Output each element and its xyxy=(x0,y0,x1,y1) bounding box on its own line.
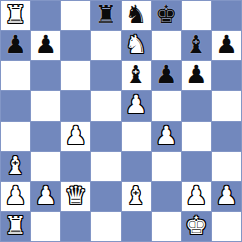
square-c4[interactable]: ♟ xyxy=(61,122,90,151)
white-queen[interactable]: ♛ xyxy=(65,183,87,208)
square-d5[interactable] xyxy=(91,91,120,120)
white-bishop[interactable]: ♝ xyxy=(125,183,147,208)
white-pawn[interactable]: ♟ xyxy=(215,183,237,208)
square-e2[interactable]: ♝ xyxy=(122,182,151,211)
square-a2[interactable]: ♟ xyxy=(1,182,30,211)
black-knight[interactable]: ♞ xyxy=(125,2,147,27)
square-d7[interactable] xyxy=(91,31,120,60)
square-g2[interactable]: ♟ xyxy=(182,182,211,211)
square-h5[interactable] xyxy=(212,91,241,120)
square-h7[interactable]: ♟ xyxy=(212,31,241,60)
square-b7[interactable]: ♟ xyxy=(31,31,60,60)
square-c1[interactable] xyxy=(61,212,90,241)
black-rook[interactable]: ♜ xyxy=(95,2,117,27)
square-h1[interactable] xyxy=(212,212,241,241)
square-a4[interactable] xyxy=(1,122,30,151)
square-b4[interactable] xyxy=(31,122,60,151)
square-f3[interactable] xyxy=(152,152,181,181)
square-f7[interactable] xyxy=(152,31,181,60)
square-b5[interactable] xyxy=(31,91,60,120)
black-bishop[interactable]: ♝ xyxy=(185,32,207,57)
square-d3[interactable] xyxy=(91,152,120,181)
square-d4[interactable] xyxy=(91,122,120,151)
square-f4[interactable]: ♟ xyxy=(152,122,181,151)
square-a1[interactable]: ♜ xyxy=(1,212,30,241)
square-b8[interactable] xyxy=(31,1,60,30)
square-g8[interactable] xyxy=(182,1,211,30)
square-a6[interactable] xyxy=(1,61,30,90)
white-pawn[interactable]: ♟ xyxy=(155,123,177,148)
square-g6[interactable]: ♟ xyxy=(182,61,211,90)
square-a8[interactable]: ♜ xyxy=(1,1,30,30)
square-f1[interactable] xyxy=(152,212,181,241)
square-g7[interactable]: ♝ xyxy=(182,31,211,60)
white-pawn[interactable]: ♟ xyxy=(185,183,207,208)
white-pawn[interactable]: ♟ xyxy=(125,92,147,117)
black-pawn[interactable]: ♟ xyxy=(4,32,26,57)
square-d2[interactable] xyxy=(91,182,120,211)
square-d8[interactable]: ♜ xyxy=(91,1,120,30)
white-king[interactable]: ♚ xyxy=(185,213,207,238)
square-h6[interactable] xyxy=(212,61,241,90)
square-h8[interactable] xyxy=(212,1,241,30)
square-e5[interactable]: ♟ xyxy=(122,91,151,120)
square-g3[interactable] xyxy=(182,152,211,181)
square-c2[interactable]: ♛ xyxy=(61,182,90,211)
white-rook[interactable]: ♜ xyxy=(4,213,26,238)
white-pawn[interactable]: ♟ xyxy=(34,183,56,208)
square-d1[interactable] xyxy=(91,212,120,241)
white-knight[interactable]: ♞ xyxy=(125,32,147,57)
square-b1[interactable] xyxy=(31,212,60,241)
square-g5[interactable] xyxy=(182,91,211,120)
white-pawn[interactable]: ♟ xyxy=(65,123,87,148)
square-f5[interactable] xyxy=(152,91,181,120)
black-pawn[interactable]: ♟ xyxy=(185,62,207,87)
square-a7[interactable]: ♟ xyxy=(1,31,30,60)
square-b3[interactable] xyxy=(31,152,60,181)
square-f8[interactable]: ♚ xyxy=(152,1,181,30)
white-rook[interactable]: ♜ xyxy=(4,2,26,27)
black-bishop[interactable]: ♝ xyxy=(125,62,147,87)
square-b2[interactable]: ♟ xyxy=(31,182,60,211)
square-c3[interactable] xyxy=(61,152,90,181)
square-c8[interactable] xyxy=(61,1,90,30)
square-b6[interactable] xyxy=(31,61,60,90)
square-g4[interactable] xyxy=(182,122,211,151)
square-a5[interactable] xyxy=(1,91,30,120)
square-c7[interactable] xyxy=(61,31,90,60)
square-c5[interactable] xyxy=(61,91,90,120)
square-f2[interactable] xyxy=(152,182,181,211)
square-c6[interactable] xyxy=(61,61,90,90)
square-h2[interactable]: ♟ xyxy=(212,182,241,211)
square-e4[interactable] xyxy=(122,122,151,151)
square-a3[interactable]: ♝ xyxy=(1,152,30,181)
square-h3[interactable] xyxy=(212,152,241,181)
square-e6[interactable]: ♝ xyxy=(122,61,151,90)
square-f6[interactable]: ♟ xyxy=(152,61,181,90)
square-e3[interactable] xyxy=(122,152,151,181)
white-pawn[interactable]: ♟ xyxy=(4,183,26,208)
chess-board: ♜♜♞♚♟♟♞♝♟♝♟♟♟♟♟♝♟♟♛♝♟♟♜♚ xyxy=(0,0,242,242)
square-h4[interactable] xyxy=(212,122,241,151)
square-e8[interactable]: ♞ xyxy=(122,1,151,30)
square-d6[interactable] xyxy=(91,61,120,90)
square-e7[interactable]: ♞ xyxy=(122,31,151,60)
black-pawn[interactable]: ♟ xyxy=(155,62,177,87)
white-bishop[interactable]: ♝ xyxy=(4,153,26,178)
black-pawn[interactable]: ♟ xyxy=(34,32,56,57)
square-g1[interactable]: ♚ xyxy=(182,212,211,241)
black-pawn[interactable]: ♟ xyxy=(215,32,237,57)
black-king[interactable]: ♚ xyxy=(155,2,177,27)
square-e1[interactable] xyxy=(122,212,151,241)
